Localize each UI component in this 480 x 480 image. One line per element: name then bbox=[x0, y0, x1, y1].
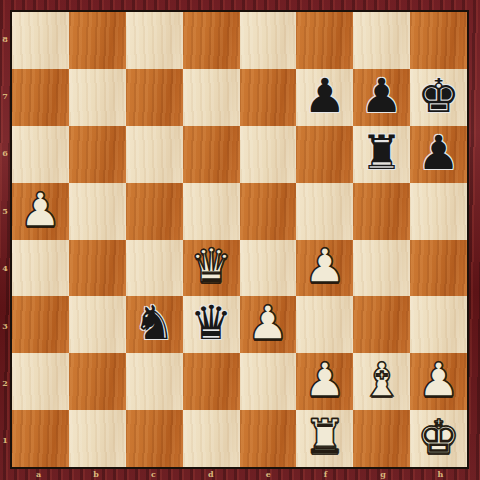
square-d7[interactable] bbox=[183, 69, 240, 126]
square-h4[interactable] bbox=[410, 240, 467, 297]
white-rook[interactable]: ♜ bbox=[304, 413, 346, 460]
square-g4[interactable] bbox=[353, 240, 410, 297]
square-d8[interactable] bbox=[183, 12, 240, 69]
square-b5[interactable] bbox=[69, 183, 126, 240]
square-f1[interactable]: ♜ bbox=[296, 410, 353, 467]
white-queen[interactable]: ♛ bbox=[190, 242, 232, 289]
square-b2[interactable] bbox=[69, 353, 126, 410]
black-pawn[interactable]: ♟ bbox=[304, 72, 346, 119]
square-d1[interactable] bbox=[183, 410, 240, 467]
square-f2[interactable]: ♟ bbox=[296, 353, 353, 410]
square-f3[interactable] bbox=[296, 296, 353, 353]
square-h5[interactable] bbox=[410, 183, 467, 240]
square-a5[interactable]: ♟ bbox=[12, 183, 69, 240]
square-g8[interactable] bbox=[353, 12, 410, 69]
square-d3[interactable]: ♛ bbox=[183, 296, 240, 353]
square-b6[interactable] bbox=[69, 126, 126, 183]
square-h1[interactable]: ♚ bbox=[410, 410, 467, 467]
square-d5[interactable] bbox=[183, 183, 240, 240]
square-e3[interactable]: ♟ bbox=[240, 296, 297, 353]
square-h3[interactable] bbox=[410, 296, 467, 353]
chess-board: ♟♟♚♜♟♟♛♟♞♛♟♟♝♟♜♚ bbox=[10, 10, 469, 469]
square-a7[interactable] bbox=[12, 69, 69, 126]
rank-label-7: 7 bbox=[0, 67, 10, 124]
square-d2[interactable] bbox=[183, 353, 240, 410]
square-e1[interactable] bbox=[240, 410, 297, 467]
square-a8[interactable] bbox=[12, 12, 69, 69]
rank-label-6: 6 bbox=[0, 125, 10, 182]
white-king[interactable]: ♚ bbox=[417, 413, 459, 460]
black-king[interactable]: ♚ bbox=[417, 72, 459, 119]
square-a1[interactable] bbox=[12, 410, 69, 467]
square-c7[interactable] bbox=[126, 69, 183, 126]
square-c2[interactable] bbox=[126, 353, 183, 410]
square-c3[interactable]: ♞ bbox=[126, 296, 183, 353]
rank-label-8: 8 bbox=[0, 10, 10, 67]
square-b8[interactable] bbox=[69, 12, 126, 69]
square-a4[interactable] bbox=[12, 240, 69, 297]
black-pawn[interactable]: ♟ bbox=[417, 129, 459, 176]
white-pawn[interactable]: ♟ bbox=[304, 356, 346, 403]
white-pawn[interactable]: ♟ bbox=[417, 356, 459, 403]
white-pawn[interactable]: ♟ bbox=[19, 186, 61, 233]
square-d6[interactable] bbox=[183, 126, 240, 183]
square-h7[interactable]: ♚ bbox=[410, 69, 467, 126]
black-queen[interactable]: ♛ bbox=[190, 299, 232, 346]
square-b7[interactable] bbox=[69, 69, 126, 126]
square-b3[interactable] bbox=[69, 296, 126, 353]
square-g2[interactable]: ♝ bbox=[353, 353, 410, 410]
square-f5[interactable] bbox=[296, 183, 353, 240]
square-b1[interactable] bbox=[69, 410, 126, 467]
square-h2[interactable]: ♟ bbox=[410, 353, 467, 410]
rank-label-4: 4 bbox=[0, 240, 10, 297]
rank-label-1: 1 bbox=[0, 412, 10, 469]
black-pawn[interactable]: ♟ bbox=[361, 72, 403, 119]
square-c8[interactable] bbox=[126, 12, 183, 69]
square-e5[interactable] bbox=[240, 183, 297, 240]
board-frame: 87654321 abcdefgh ♟♟♚♜♟♟♛♟♞♛♟♟♝♟♜♚ bbox=[0, 0, 480, 480]
square-a6[interactable] bbox=[12, 126, 69, 183]
square-c5[interactable] bbox=[126, 183, 183, 240]
black-knight[interactable]: ♞ bbox=[133, 299, 175, 346]
square-b4[interactable] bbox=[69, 240, 126, 297]
white-pawn[interactable]: ♟ bbox=[247, 299, 289, 346]
square-g7[interactable]: ♟ bbox=[353, 69, 410, 126]
square-a2[interactable] bbox=[12, 353, 69, 410]
black-rook[interactable]: ♜ bbox=[361, 129, 403, 176]
square-h6[interactable]: ♟ bbox=[410, 126, 467, 183]
white-bishop[interactable]: ♝ bbox=[361, 356, 403, 403]
white-pawn[interactable]: ♟ bbox=[304, 242, 346, 289]
square-g1[interactable] bbox=[353, 410, 410, 467]
square-e8[interactable] bbox=[240, 12, 297, 69]
square-e2[interactable] bbox=[240, 353, 297, 410]
square-e7[interactable] bbox=[240, 69, 297, 126]
rank-label-2: 2 bbox=[0, 354, 10, 411]
square-e6[interactable] bbox=[240, 126, 297, 183]
square-f6[interactable] bbox=[296, 126, 353, 183]
square-d4[interactable]: ♛ bbox=[183, 240, 240, 297]
square-f8[interactable] bbox=[296, 12, 353, 69]
rank-labels: 87654321 bbox=[0, 10, 10, 469]
rank-label-5: 5 bbox=[0, 182, 10, 239]
rank-label-3: 3 bbox=[0, 297, 10, 354]
square-h8[interactable] bbox=[410, 12, 467, 69]
square-f7[interactable]: ♟ bbox=[296, 69, 353, 126]
square-g3[interactable] bbox=[353, 296, 410, 353]
square-g6[interactable]: ♜ bbox=[353, 126, 410, 183]
square-e4[interactable] bbox=[240, 240, 297, 297]
square-c6[interactable] bbox=[126, 126, 183, 183]
square-c4[interactable] bbox=[126, 240, 183, 297]
square-f4[interactable]: ♟ bbox=[296, 240, 353, 297]
square-g5[interactable] bbox=[353, 183, 410, 240]
square-a3[interactable] bbox=[12, 296, 69, 353]
square-c1[interactable] bbox=[126, 410, 183, 467]
